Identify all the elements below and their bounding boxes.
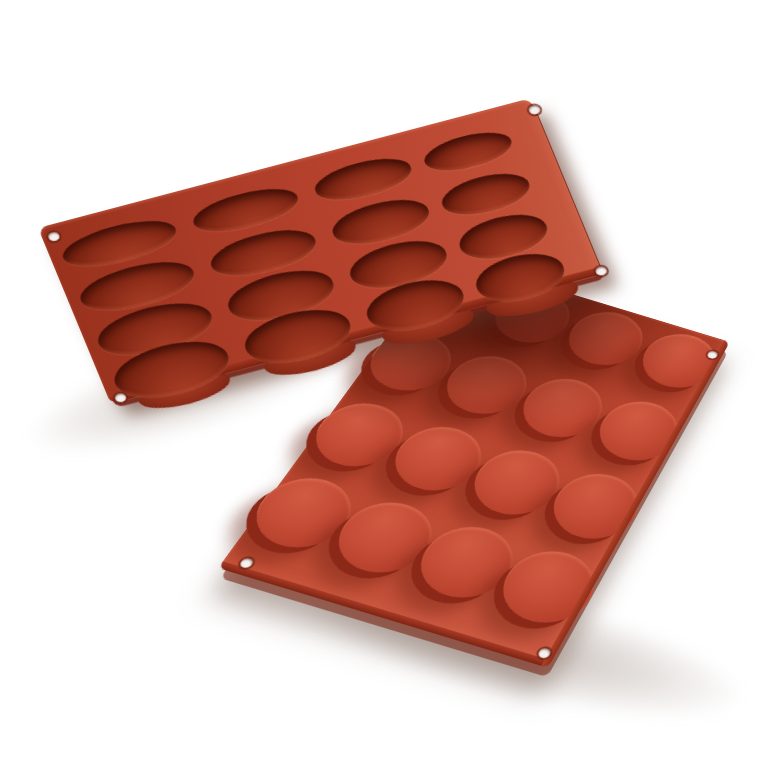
oval-cavity: [435, 166, 535, 222]
product-photo-scene: [0, 0, 768, 768]
oval-cavity: [309, 151, 416, 207]
corner-hole: [47, 231, 61, 242]
oval-cavity: [418, 126, 516, 178]
corner-hole: [527, 104, 541, 115]
